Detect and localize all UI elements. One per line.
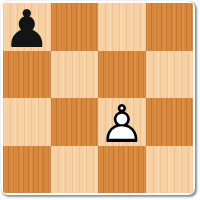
chess-board: ♟♟♙ bbox=[3, 3, 193, 193]
square-r3c1[interactable] bbox=[3, 98, 51, 146]
square-r4c4[interactable] bbox=[146, 146, 194, 194]
board-photo-card: ♟♟♙ bbox=[1, 1, 195, 195]
black-pawn-icon: ♟ bbox=[3, 3, 50, 55]
square-r4c1[interactable] bbox=[3, 146, 51, 194]
square-r1c4[interactable] bbox=[146, 3, 194, 51]
square-r3c3[interactable]: ♟♙ bbox=[98, 98, 146, 146]
square-r3c4[interactable] bbox=[146, 98, 194, 146]
square-r4c2[interactable] bbox=[51, 146, 99, 194]
white-pawn-icon: ♙ bbox=[98, 98, 145, 150]
square-r2c2[interactable] bbox=[51, 51, 99, 99]
square-r2c3[interactable] bbox=[98, 51, 146, 99]
white-pawn[interactable]: ♟♙ bbox=[98, 98, 146, 146]
square-r2c4[interactable] bbox=[146, 51, 194, 99]
square-r3c2[interactable] bbox=[51, 98, 99, 146]
square-r1c3[interactable] bbox=[98, 3, 146, 51]
square-r2c1[interactable] bbox=[3, 51, 51, 99]
square-r1c2[interactable] bbox=[51, 3, 99, 51]
square-r1c1[interactable]: ♟ bbox=[3, 3, 51, 51]
black-pawn[interactable]: ♟ bbox=[3, 3, 51, 51]
square-r4c3[interactable] bbox=[98, 146, 146, 194]
